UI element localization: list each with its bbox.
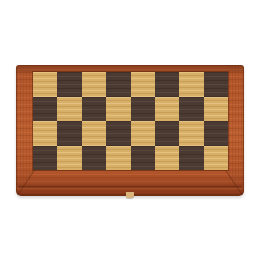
square-r0c7 [204, 72, 228, 97]
square-r1c1 [57, 97, 81, 122]
square-r3c1 [57, 146, 81, 171]
square-r0c1 [57, 72, 81, 97]
square-r2c2 [82, 121, 106, 146]
square-r2c4 [131, 121, 155, 146]
square-r2c7 [204, 121, 228, 146]
square-r1c2 [82, 97, 106, 122]
square-r0c0 [33, 72, 57, 97]
square-r1c0 [33, 97, 57, 122]
square-r2c1 [57, 121, 81, 146]
square-r1c7 [204, 97, 228, 122]
square-r2c6 [179, 121, 203, 146]
square-r3c2 [82, 146, 106, 171]
square-r1c6 [179, 97, 203, 122]
square-r0c5 [155, 72, 179, 97]
square-r0c2 [82, 72, 106, 97]
square-r2c0 [33, 121, 57, 146]
square-r0c3 [106, 72, 130, 97]
square-r2c3 [106, 121, 130, 146]
square-r3c4 [131, 146, 155, 171]
clasp [126, 192, 134, 198]
folded-chessboard [16, 65, 244, 196]
square-r3c0 [33, 146, 57, 171]
square-r2c5 [155, 121, 179, 146]
square-r0c6 [179, 72, 203, 97]
box-seam [18, 185, 242, 188]
miter-joint-left [18, 170, 35, 195]
square-r3c3 [106, 146, 130, 171]
square-r0c4 [131, 72, 155, 97]
miter-joint-right [225, 170, 242, 195]
frame-right-rail [229, 67, 243, 187]
square-r3c5 [155, 146, 179, 171]
square-r3c6 [179, 146, 203, 171]
photo-background [0, 0, 260, 260]
square-r1c5 [155, 97, 179, 122]
square-r1c4 [131, 97, 155, 122]
chessboard-grid [33, 72, 228, 170]
square-r3c7 [204, 146, 228, 171]
frame-left-rail [17, 67, 31, 187]
square-r1c3 [106, 97, 130, 122]
